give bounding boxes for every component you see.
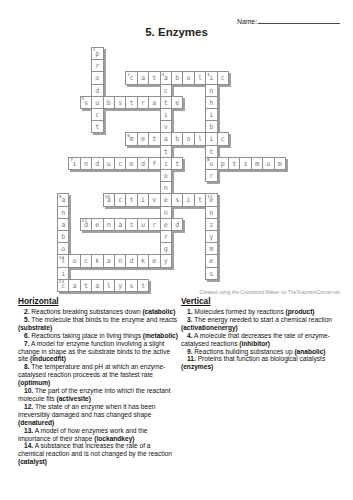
cell-letter: n xyxy=(104,219,114,231)
cell-letter: k xyxy=(138,255,148,267)
cell-letter: e xyxy=(126,158,136,170)
grid-cell: y xyxy=(160,254,172,267)
cell-number: 5 xyxy=(82,97,85,101)
clue-number: 13. xyxy=(24,427,33,434)
clue-number: 4. xyxy=(187,332,193,339)
clue-number: 9. xyxy=(187,348,193,355)
clue-number: 1. xyxy=(187,308,193,315)
clue-answer: (inhibitor) xyxy=(239,340,270,347)
cell-letter: t xyxy=(149,72,159,84)
cell-letter: o xyxy=(183,72,193,84)
grid-cell: e xyxy=(171,96,183,109)
cell-number: 3 xyxy=(161,73,164,77)
clue-answer: (lockandkey) xyxy=(94,435,134,442)
grid-cell: n xyxy=(160,181,172,194)
cell-letter: s xyxy=(206,268,216,280)
clue-answer: (catalyst) xyxy=(18,458,47,465)
cell-letter: a xyxy=(69,280,79,292)
cell-letter: h xyxy=(206,97,216,109)
cell-letter: i xyxy=(58,268,68,280)
cell-letter: l xyxy=(195,133,205,145)
vertical-clue-list: 1. Molecules formed by reactions (produc… xyxy=(181,308,344,371)
cell-number: 7 xyxy=(70,158,73,162)
cell-letter: t xyxy=(81,280,91,292)
cell-letter: t xyxy=(195,194,205,206)
grid-cell: m xyxy=(205,242,217,255)
cell-number: 9 xyxy=(59,195,62,199)
clue-item: 12. The state of an enzyme when it has b… xyxy=(18,403,178,427)
cell-letter: t xyxy=(126,194,136,206)
cell-letter: r xyxy=(149,219,159,231)
clue-item: 7. A model for enzyme function involving… xyxy=(18,340,178,364)
grid-cell: e xyxy=(205,254,217,267)
cell-letter: i xyxy=(240,158,250,170)
cell-letter: a xyxy=(161,133,171,145)
cell-letter: m xyxy=(275,158,285,170)
crossword-grid: 1pro2cat3abol4icdcn5substratehciitvb6met… xyxy=(57,47,287,293)
clue-item: 4. A molecule that decreases the rate of… xyxy=(181,332,344,348)
clue-item: 9. Reactions building substances up (ana… xyxy=(181,348,344,356)
cell-letter: t xyxy=(149,133,159,145)
clue-number: 3. xyxy=(187,316,193,323)
cell-letter: c xyxy=(92,109,102,121)
clue-number: 6. xyxy=(24,332,30,339)
cell-letter: a xyxy=(149,97,159,109)
grid-cell: n xyxy=(160,206,172,219)
cell-letter: i xyxy=(161,109,171,121)
clue-answer: (activesite) xyxy=(56,395,90,402)
page-title: 5. Enzymes xyxy=(0,26,353,38)
clue-answer: (anabolic) xyxy=(294,348,325,355)
cell-letter: t xyxy=(126,97,136,109)
cell-number: 13 xyxy=(59,256,64,260)
grid-cell: o xyxy=(91,71,103,84)
name-blank-line xyxy=(258,16,340,24)
cell-letter: r xyxy=(138,97,148,109)
cell-number: 10 xyxy=(104,195,109,199)
cell-letter: c xyxy=(161,85,171,97)
clue-number: 14. xyxy=(24,442,33,449)
cell-letter: b xyxy=(104,97,114,109)
cell-letter: a xyxy=(138,72,148,84)
cell-letter: n xyxy=(206,207,216,219)
clue-number: 2. xyxy=(24,308,30,315)
cell-letter: y xyxy=(115,280,125,292)
cell-number: 11 xyxy=(207,195,212,199)
clue-item: 5. The molecule that binds to the enzyme… xyxy=(18,316,178,332)
clue-number: 5. xyxy=(24,316,30,323)
grid-cell: i xyxy=(57,267,69,280)
cell-letter: t xyxy=(172,158,182,170)
clue-item: 8. The temperature and pH at which an en… xyxy=(18,363,178,387)
cell-letter: c xyxy=(218,72,228,84)
cell-letter: l xyxy=(195,72,205,84)
cell-letter: l xyxy=(104,280,114,292)
cell-letter: o xyxy=(183,133,193,145)
cell-letter: o xyxy=(69,255,79,267)
cell-letter: a xyxy=(92,280,102,292)
vertical-clues-section: Vertical 1. Molecules formed by reaction… xyxy=(181,296,344,371)
cell-letter: c xyxy=(115,158,125,170)
grid-cell: b xyxy=(205,120,217,133)
cell-letter: f xyxy=(149,158,159,170)
cell-letter: n xyxy=(115,255,125,267)
cell-letter: o xyxy=(161,170,171,182)
cell-letter: r xyxy=(161,231,171,243)
grid-cell: c xyxy=(160,84,172,97)
name-label: Name: xyxy=(237,18,257,25)
cell-letter: c xyxy=(218,133,228,145)
cell-number: 2 xyxy=(127,73,130,77)
cell-letter: t xyxy=(126,219,136,231)
cell-letter: s xyxy=(115,97,125,109)
cell-letter: s xyxy=(126,280,136,292)
grid-cell: v xyxy=(160,120,172,133)
cell-letter: a xyxy=(115,219,125,231)
cell-letter: m xyxy=(252,158,262,170)
cell-letter: u xyxy=(92,97,102,109)
cell-number: 1 xyxy=(93,48,96,52)
grid-cell: m xyxy=(274,157,286,170)
clue-item: 14. A substance that increases the rate … xyxy=(18,442,178,466)
horizontal-heading: Horizontal xyxy=(18,296,178,306)
cell-letter: t xyxy=(206,146,216,158)
cell-letter: c xyxy=(115,194,125,206)
cell-letter: e xyxy=(92,219,102,231)
cell-number: 6 xyxy=(127,134,130,138)
grid-cell: n xyxy=(205,84,217,97)
cell-letter: n xyxy=(58,207,68,219)
cell-letter: i xyxy=(183,194,193,206)
cell-number: 12 xyxy=(82,219,87,223)
cell-letter: y xyxy=(206,231,216,243)
cell-letter: e xyxy=(206,255,216,267)
cell-letter: a xyxy=(58,219,68,231)
cell-letter: b xyxy=(172,72,182,84)
grid-cell: 9a xyxy=(57,193,69,206)
cell-letter: u xyxy=(104,158,114,170)
cell-letter: t xyxy=(92,121,102,133)
cell-letter: c xyxy=(81,255,91,267)
vertical-heading: Vertical xyxy=(181,296,344,306)
clue-item: 11. Proteins that function as biological… xyxy=(181,355,344,371)
cell-letter: v xyxy=(161,121,171,133)
grid-cell: d xyxy=(171,218,183,231)
cell-letter: o xyxy=(58,243,68,255)
clue-item: 13. A model of how enzymes work and the … xyxy=(18,427,178,443)
cell-letter: d xyxy=(172,219,182,231)
cell-letter: i xyxy=(138,194,148,206)
clue-number: 11. xyxy=(187,355,196,362)
grid-cell: t xyxy=(205,145,217,158)
cell-letter: b xyxy=(172,133,182,145)
clue-number: 10. xyxy=(24,387,33,394)
clue-item: 1. Molecules formed by reactions (produc… xyxy=(181,308,344,316)
cell-letter: z xyxy=(206,219,216,231)
cell-letter: n xyxy=(161,182,171,194)
clue-item: 2. Reactions breaking substances down (c… xyxy=(18,308,178,316)
cell-letter: p xyxy=(218,158,228,170)
grid-cell: r xyxy=(205,169,217,182)
clue-item: 6. Reactions taking place in living thin… xyxy=(18,332,178,340)
cell-letter: t xyxy=(161,97,171,109)
cell-letter: i xyxy=(206,109,216,121)
grid-cell: c xyxy=(217,132,229,145)
grid-cell: g xyxy=(160,242,172,255)
cell-letter: k xyxy=(92,255,102,267)
clue-answer: (substrate) xyxy=(18,324,52,331)
clue-answer: (catabolic) xyxy=(142,308,175,315)
cell-letter: i xyxy=(206,133,216,145)
clue-number: 7. xyxy=(24,340,30,347)
cell-letter: t xyxy=(138,280,148,292)
cell-letter: d xyxy=(92,158,102,170)
cell-number: 14 xyxy=(59,280,64,284)
cell-letter: b xyxy=(206,121,216,133)
cell-letter: s xyxy=(172,194,182,206)
clue-answer: (enzymes) xyxy=(181,363,213,370)
clue-answer: (activationenergy) xyxy=(181,324,238,331)
grid-cell: a xyxy=(57,218,69,231)
cell-letter: d xyxy=(92,85,102,97)
horizontal-clue-list: 2. Reactions breaking substances down (c… xyxy=(18,308,178,466)
credit-line: Created using the Crossword Maker on The… xyxy=(199,289,340,295)
clue-answer: (metabolic) xyxy=(143,332,178,339)
cell-number: 8 xyxy=(207,158,210,162)
cell-letter: e xyxy=(161,194,171,206)
grid-cell: 11e xyxy=(205,193,217,206)
clue-answer: (inducedfit) xyxy=(30,355,66,362)
cell-letter: e xyxy=(149,255,159,267)
cell-letter: n xyxy=(206,85,216,97)
clue-number: 8. xyxy=(24,363,30,370)
grid-cell: t xyxy=(160,145,172,158)
clue-answer: (optimum) xyxy=(18,379,50,386)
clue-answer: (denatured) xyxy=(18,419,54,426)
clue-item: 3. The energy needed to start a chemical… xyxy=(181,316,344,332)
cell-letter: r xyxy=(92,60,102,72)
grid-cell: n xyxy=(57,206,69,219)
cell-letter: d xyxy=(126,255,136,267)
cell-letter: v xyxy=(149,194,159,206)
cell-letter: u xyxy=(263,158,273,170)
cell-letter: e xyxy=(172,97,182,109)
grid-cell: t xyxy=(137,279,149,292)
cell-letter: r xyxy=(206,170,216,182)
grid-cell: c xyxy=(217,71,229,84)
grid-cell: t xyxy=(91,120,103,133)
cell-letter: y xyxy=(161,255,171,267)
cell-letter: o xyxy=(92,72,102,84)
grid-cell: s xyxy=(205,267,217,280)
grid-cell: o xyxy=(57,242,69,255)
grid-cell: r xyxy=(91,59,103,72)
cell-letter: e xyxy=(138,133,148,145)
horizontal-clues-section: Horizontal 2. Reactions breaking substan… xyxy=(18,296,178,466)
cell-letter: b xyxy=(58,231,68,243)
cell-letter: n xyxy=(81,158,91,170)
grid-cell: d xyxy=(91,84,103,97)
cell-letter: n xyxy=(161,207,171,219)
cell-letter: t xyxy=(161,146,171,158)
cell-number: 4 xyxy=(207,73,210,77)
cell-letter: a xyxy=(104,255,114,267)
cell-letter: g xyxy=(161,243,171,255)
clue-number: 12. xyxy=(24,403,33,410)
grid-cell: n xyxy=(205,206,217,219)
grid-cell: z xyxy=(205,218,217,231)
cell-letter: t xyxy=(229,158,239,170)
cell-letter: e xyxy=(161,219,171,231)
grid-cell: t xyxy=(171,157,183,170)
cell-letter: i xyxy=(161,158,171,170)
name-field: Name: xyxy=(237,16,340,25)
grid-cell: h xyxy=(205,96,217,109)
clue-answer: (product) xyxy=(286,308,315,315)
cell-letter: u xyxy=(138,219,148,231)
clue-item: 10. The part of the enzyme into which th… xyxy=(18,387,178,403)
cell-letter: m xyxy=(206,243,216,255)
cell-letter: d xyxy=(138,158,148,170)
